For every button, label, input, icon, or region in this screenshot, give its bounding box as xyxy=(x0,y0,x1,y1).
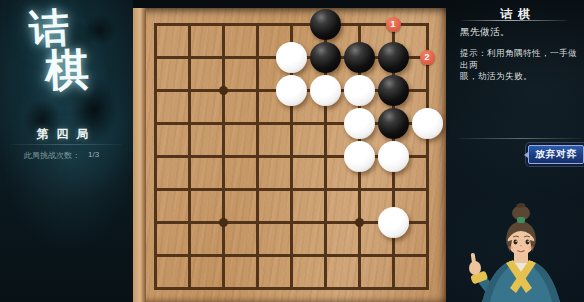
puzzle-hint: 提示：利用角隅特性，一手做出两 眼，劫活为失败。 xyxy=(460,48,584,83)
puzzle-sidebar: 诘 棋 第四局 此局挑战次数： 1/3 xyxy=(0,0,133,302)
puzzle-hint-line-1: 提示：利用角隅特性，一手做出两 xyxy=(460,48,584,71)
move-marker-2: 2 xyxy=(420,50,435,65)
give-up-button[interactable]: 放弃对弈 xyxy=(528,145,584,164)
character-portrait xyxy=(452,200,584,302)
white-stone xyxy=(310,75,341,106)
black-stone xyxy=(378,42,409,73)
round-label: 第四局 xyxy=(14,126,119,143)
calligraphy-title-char-2: 棋 xyxy=(44,47,90,93)
white-stone xyxy=(344,108,375,139)
puzzle-objective: 黑先做活。 xyxy=(460,26,510,39)
white-stone xyxy=(378,141,409,172)
black-stone xyxy=(378,108,409,139)
black-stone xyxy=(378,75,409,106)
attempts-label: 此局挑战次数： xyxy=(24,150,80,161)
star-point xyxy=(219,218,228,227)
puzzle-hint-line-2: 眼，劫活为失败。 xyxy=(460,71,584,83)
attempts-value: 1/3 xyxy=(88,150,99,161)
move-marker-1: 1 xyxy=(386,17,401,32)
go-board[interactable]: 12 xyxy=(133,8,446,302)
panel-title-underline xyxy=(461,20,567,21)
panel-divider xyxy=(459,138,583,139)
attempts-row: 此局挑战次数： 1/3 xyxy=(24,150,99,161)
white-stone xyxy=(276,75,307,106)
black-stone xyxy=(344,42,375,73)
calligraphy-title-char-1: 诘 xyxy=(28,7,70,49)
black-stone xyxy=(310,42,341,73)
black-stone xyxy=(310,9,341,40)
go-puzzle-screen: 诘 棋 第四局 此局挑战次数： 1/3 12 诘棋 黑先做活。 提示：利用角隅特… xyxy=(0,0,584,302)
star-point xyxy=(355,218,364,227)
star-point xyxy=(219,86,228,95)
white-stone xyxy=(344,75,375,106)
white-stone xyxy=(276,42,307,73)
white-stone xyxy=(412,108,443,139)
white-stone xyxy=(378,207,409,238)
white-stone xyxy=(344,141,375,172)
sidebar-divider xyxy=(10,144,122,145)
board-left-edge xyxy=(133,8,146,302)
